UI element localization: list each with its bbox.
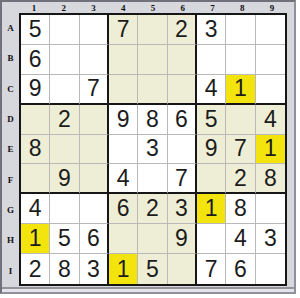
cell-D6[interactable]: 6 bbox=[168, 105, 197, 135]
row-label-C: C bbox=[2, 74, 19, 104]
sudoku-board: 5723697412986548397194728462318156943283… bbox=[19, 13, 287, 286]
row-label-B: B bbox=[2, 43, 19, 73]
cell-C8[interactable]: 1 bbox=[226, 75, 255, 105]
cell-H4[interactable] bbox=[109, 224, 138, 254]
column-label-4: 4 bbox=[108, 2, 138, 13]
cell-F2[interactable]: 9 bbox=[50, 164, 79, 194]
cell-B8[interactable] bbox=[226, 45, 255, 75]
cell-H3[interactable]: 6 bbox=[80, 224, 109, 254]
cell-F8[interactable]: 2 bbox=[226, 164, 255, 194]
cell-A8[interactable] bbox=[226, 15, 255, 45]
row-label-A: A bbox=[2, 13, 19, 43]
row-label-G: G bbox=[2, 195, 19, 225]
cell-C7[interactable]: 4 bbox=[197, 75, 226, 105]
cell-A4[interactable]: 7 bbox=[109, 15, 138, 45]
cell-F3[interactable] bbox=[80, 164, 109, 194]
cell-H1[interactable]: 1 bbox=[21, 224, 50, 254]
cell-B9[interactable] bbox=[256, 45, 285, 75]
cell-E2[interactable] bbox=[50, 135, 79, 165]
cell-B3[interactable] bbox=[80, 45, 109, 75]
cell-G5[interactable]: 2 bbox=[138, 194, 167, 224]
cell-A6[interactable]: 2 bbox=[168, 15, 197, 45]
column-label-7: 7 bbox=[198, 2, 228, 13]
cell-F1[interactable] bbox=[21, 164, 50, 194]
cell-I8[interactable]: 6 bbox=[226, 254, 255, 284]
cell-G1[interactable]: 4 bbox=[21, 194, 50, 224]
cell-B7[interactable] bbox=[197, 45, 226, 75]
cell-F7[interactable] bbox=[197, 164, 226, 194]
cell-E1[interactable]: 8 bbox=[21, 135, 50, 165]
column-label-3: 3 bbox=[79, 2, 109, 13]
cell-F6[interactable]: 7 bbox=[168, 164, 197, 194]
column-label-6: 6 bbox=[168, 2, 198, 13]
cell-B6[interactable] bbox=[168, 45, 197, 75]
cell-H6[interactable]: 9 bbox=[168, 224, 197, 254]
column-label-8: 8 bbox=[227, 2, 257, 13]
cell-D8[interactable] bbox=[226, 105, 255, 135]
cell-E4[interactable] bbox=[109, 135, 138, 165]
cell-I1[interactable]: 2 bbox=[21, 254, 50, 284]
cell-H9[interactable]: 3 bbox=[256, 224, 285, 254]
cell-E9[interactable]: 1 bbox=[256, 135, 285, 165]
cell-E5[interactable]: 3 bbox=[138, 135, 167, 165]
cell-G9[interactable] bbox=[256, 194, 285, 224]
cell-G6[interactable]: 3 bbox=[168, 194, 197, 224]
row-label-F: F bbox=[2, 165, 19, 195]
cell-E7[interactable]: 9 bbox=[197, 135, 226, 165]
cell-G7[interactable]: 1 bbox=[197, 194, 226, 224]
cell-A9[interactable] bbox=[256, 15, 285, 45]
column-label-1: 1 bbox=[19, 2, 49, 13]
cell-D1[interactable] bbox=[21, 105, 50, 135]
cell-H8[interactable]: 4 bbox=[226, 224, 255, 254]
cell-B2[interactable] bbox=[50, 45, 79, 75]
cell-I3[interactable]: 3 bbox=[80, 254, 109, 284]
cell-A7[interactable]: 3 bbox=[197, 15, 226, 45]
cell-G3[interactable] bbox=[80, 194, 109, 224]
row-label-H: H bbox=[2, 225, 19, 255]
cell-E3[interactable] bbox=[80, 135, 109, 165]
column-label-5: 5 bbox=[138, 2, 168, 13]
cell-I5[interactable]: 5 bbox=[138, 254, 167, 284]
cell-I2[interactable]: 8 bbox=[50, 254, 79, 284]
panel-bottom-edge-light bbox=[2, 289, 294, 292]
row-label-I: I bbox=[2, 256, 19, 286]
row-labels: ABCDEFGHI bbox=[2, 13, 19, 286]
cell-C9[interactable] bbox=[256, 75, 285, 105]
cell-A3[interactable] bbox=[80, 15, 109, 45]
cell-D4[interactable]: 9 bbox=[109, 105, 138, 135]
cell-I7[interactable]: 7 bbox=[197, 254, 226, 284]
cell-C4[interactable] bbox=[109, 75, 138, 105]
cell-H7[interactable] bbox=[197, 224, 226, 254]
cell-E6[interactable] bbox=[168, 135, 197, 165]
cell-B4[interactable] bbox=[109, 45, 138, 75]
column-label-2: 2 bbox=[49, 2, 79, 13]
cell-B5[interactable] bbox=[138, 45, 167, 75]
column-label-9: 9 bbox=[257, 2, 287, 13]
cell-C5[interactable] bbox=[138, 75, 167, 105]
sudoku-panel: 123456789 ABCDEFGHI 57236974129865483971… bbox=[0, 0, 296, 294]
cell-F4[interactable]: 4 bbox=[109, 164, 138, 194]
cell-A1[interactable]: 5 bbox=[21, 15, 50, 45]
cell-G4[interactable]: 6 bbox=[109, 194, 138, 224]
column-labels: 123456789 bbox=[19, 2, 287, 13]
cell-E8[interactable]: 7 bbox=[226, 135, 255, 165]
cell-C2[interactable] bbox=[50, 75, 79, 105]
cell-F5[interactable] bbox=[138, 164, 167, 194]
cell-D5[interactable]: 8 bbox=[138, 105, 167, 135]
cell-D7[interactable]: 5 bbox=[197, 105, 226, 135]
cell-I4[interactable]: 1 bbox=[109, 254, 138, 284]
cell-I6[interactable] bbox=[168, 254, 197, 284]
cell-D9[interactable]: 4 bbox=[256, 105, 285, 135]
cell-C1[interactable]: 9 bbox=[21, 75, 50, 105]
cell-G8[interactable]: 8 bbox=[226, 194, 255, 224]
cell-I9[interactable] bbox=[256, 254, 285, 284]
cell-D2[interactable]: 2 bbox=[50, 105, 79, 135]
cell-C6[interactable] bbox=[168, 75, 197, 105]
cell-G2[interactable] bbox=[50, 194, 79, 224]
row-label-E: E bbox=[2, 134, 19, 164]
row-label-D: D bbox=[2, 104, 19, 134]
cell-A5[interactable] bbox=[138, 15, 167, 45]
cell-F9[interactable]: 8 bbox=[256, 164, 285, 194]
cell-A2[interactable] bbox=[50, 15, 79, 45]
cell-H5[interactable] bbox=[138, 224, 167, 254]
cell-D3[interactable] bbox=[80, 105, 109, 135]
cell-B1[interactable]: 6 bbox=[21, 45, 50, 75]
cell-H2[interactable]: 5 bbox=[50, 224, 79, 254]
cell-C3[interactable]: 7 bbox=[80, 75, 109, 105]
